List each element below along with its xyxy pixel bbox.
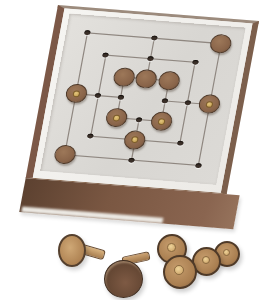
point-e3[interactable] xyxy=(148,110,174,132)
disc-back xyxy=(104,260,143,298)
hole-d1 xyxy=(128,157,135,162)
hole-d7 xyxy=(151,36,158,41)
board-rim xyxy=(33,8,253,192)
piece-g7[interactable] xyxy=(209,33,234,54)
peg-tip xyxy=(202,256,210,264)
hole-f4 xyxy=(184,100,191,105)
piece-c3[interactable] xyxy=(105,107,130,128)
photo-scene xyxy=(0,0,278,300)
piece-e3[interactable] xyxy=(149,111,174,132)
tray-piece-facedown[interactable] xyxy=(104,252,156,299)
tray-piece-4[interactable] xyxy=(163,255,197,289)
hole-d6 xyxy=(147,56,154,61)
brass-peg-icon xyxy=(131,136,139,143)
hole-b6 xyxy=(102,52,109,57)
point-g7[interactable] xyxy=(208,33,234,55)
piece-c5[interactable] xyxy=(112,67,137,88)
hole-f2 xyxy=(176,141,183,146)
brass-peg-icon xyxy=(206,101,214,108)
point-a1[interactable] xyxy=(52,144,78,166)
hole-b2 xyxy=(87,134,94,139)
point-d2[interactable] xyxy=(122,129,148,151)
peg-tip xyxy=(174,265,184,275)
point-d6[interactable] xyxy=(137,48,163,70)
board-surface xyxy=(40,14,245,185)
hole-c4 xyxy=(117,95,124,100)
point-e5[interactable] xyxy=(156,70,182,92)
game-box xyxy=(26,5,259,194)
point-g1[interactable] xyxy=(185,154,211,176)
hole-b4 xyxy=(95,93,102,98)
point-f2[interactable] xyxy=(167,132,193,154)
point-g4[interactable] xyxy=(197,93,223,115)
hole-e4 xyxy=(162,98,169,103)
point-d7[interactable] xyxy=(141,27,167,49)
point-f6[interactable] xyxy=(182,51,208,73)
disc-top xyxy=(163,255,197,289)
piece-a4[interactable] xyxy=(64,84,89,105)
point-b6[interactable] xyxy=(93,44,119,66)
brass-peg-icon xyxy=(113,114,121,121)
piece-a1[interactable] xyxy=(52,144,77,165)
box-side-bottom-edge xyxy=(21,207,163,224)
hole-f6 xyxy=(192,60,199,65)
point-c4[interactable] xyxy=(108,86,134,108)
brass-peg-icon xyxy=(157,118,165,125)
point-b2[interactable] xyxy=(78,125,104,147)
brass-peg-icon xyxy=(72,90,80,97)
hole-d3 xyxy=(136,117,143,122)
piece-d2[interactable] xyxy=(123,130,148,151)
peg-tip xyxy=(223,249,230,256)
hole-g1 xyxy=(195,163,202,168)
piece-e5[interactable] xyxy=(157,70,182,91)
piece-g4[interactable] xyxy=(197,94,222,115)
piece-d5[interactable] xyxy=(134,69,159,90)
peg-tip xyxy=(167,243,176,252)
tray-piece-side[interactable] xyxy=(58,234,108,272)
disc-face xyxy=(58,234,86,267)
point-d1[interactable] xyxy=(118,149,144,171)
hole-a7 xyxy=(84,30,91,35)
board-grid xyxy=(40,14,245,185)
point-a7[interactable] xyxy=(74,22,100,44)
